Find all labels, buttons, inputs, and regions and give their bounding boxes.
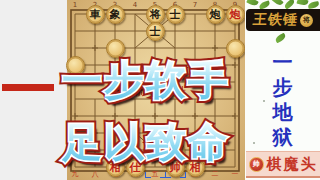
- brand-badge: 帅 棋魔头: [246, 151, 320, 178]
- piece-象[interactable]: 象: [106, 5, 125, 24]
- vertical-caption-char: 步: [273, 77, 293, 98]
- vertical-caption: 一步地狱: [245, 52, 320, 148]
- vertical-caption-char: 一: [273, 52, 293, 73]
- col-label-bottom: 一: [232, 171, 239, 178]
- col-label-bottom: 二: [212, 171, 219, 178]
- channel-name: 王铁锤: [252, 11, 299, 29]
- col-label-top: 1: [73, 2, 77, 9]
- col-label-bottom: 八: [92, 171, 99, 178]
- leaf-icon: [296, 0, 308, 6]
- red-accent-bar: [2, 84, 54, 91]
- piece-炮[interactable]: 炮: [206, 5, 225, 24]
- leaf-icon: [271, 0, 283, 7]
- brand-name: 棋魔头: [267, 155, 318, 174]
- col-label-top: 4: [133, 2, 137, 9]
- col-label-top: 7: [193, 2, 197, 9]
- piece-士[interactable]: 士: [166, 5, 185, 24]
- leaf-icon: [246, 0, 259, 7]
- piece-将[interactable]: 将: [146, 5, 165, 24]
- leaf-icon: [274, 33, 287, 44]
- vertical-caption-char: 地: [273, 102, 293, 123]
- gold-piece-icon: 将: [300, 14, 313, 27]
- col-label-bottom: 九: [72, 171, 79, 178]
- vertical-caption-char: 狱: [273, 127, 293, 148]
- thumbnail: 玉箭棋社 123456789九八七六五四三二一 車象将士炮炮士仕車相仕帅相 一步…: [0, 0, 320, 180]
- piece-hidden[interactable]: [226, 39, 245, 58]
- side-panel: 王铁锤 将 一步地狱 帅 棋魔头: [245, 0, 320, 180]
- channel-badge: 王铁锤 将: [246, 9, 320, 31]
- piece-士[interactable]: 士: [146, 22, 165, 41]
- piece-hidden[interactable]: [106, 39, 125, 58]
- piece-車[interactable]: 車: [86, 5, 105, 24]
- piece-炮[interactable]: 炮: [226, 5, 245, 24]
- leaf-icon: [308, 1, 320, 9]
- red-general-icon: 帅: [249, 157, 264, 172]
